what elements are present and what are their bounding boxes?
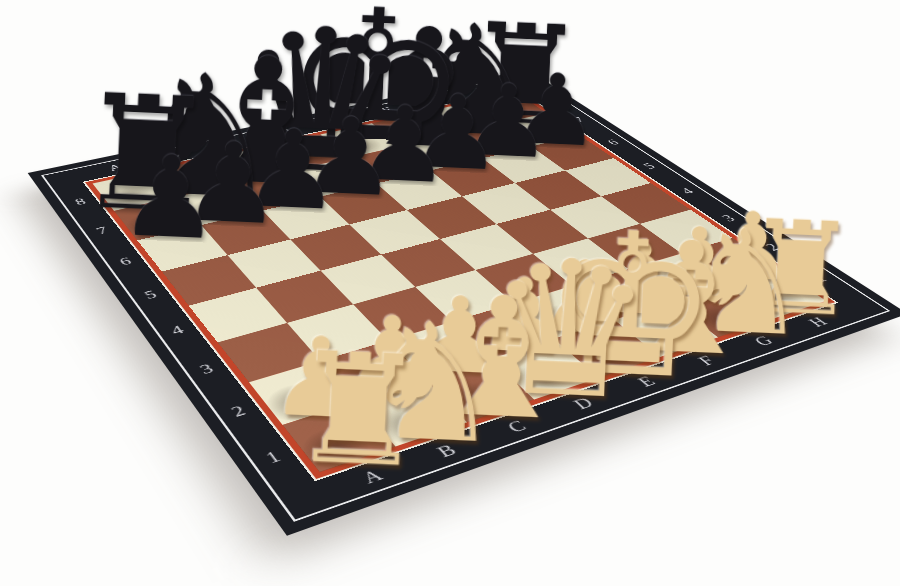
chess-board: ABCDEFGH ABCDEFGH 87654321 87654321 ♜♞♝♛…	[28, 69, 900, 535]
board-squares: ♜♞♝♛♚♝♞♜♟♟♟♟♟♟♟♟♟♟♟♟♟♟♟♟♜♞♝♛♚♝♞♜	[93, 92, 826, 472]
camera-tilt: ABCDEFGH ABCDEFGH 87654321 87654321 ♜♞♝♛…	[0, 0, 900, 586]
perspective-scene: ABCDEFGH ABCDEFGH 87654321 87654321 ♜♞♝♛…	[0, 0, 900, 586]
product-photo-canvas: ABCDEFGH ABCDEFGH 87654321 87654321 ♜♞♝♛…	[0, 0, 900, 586]
